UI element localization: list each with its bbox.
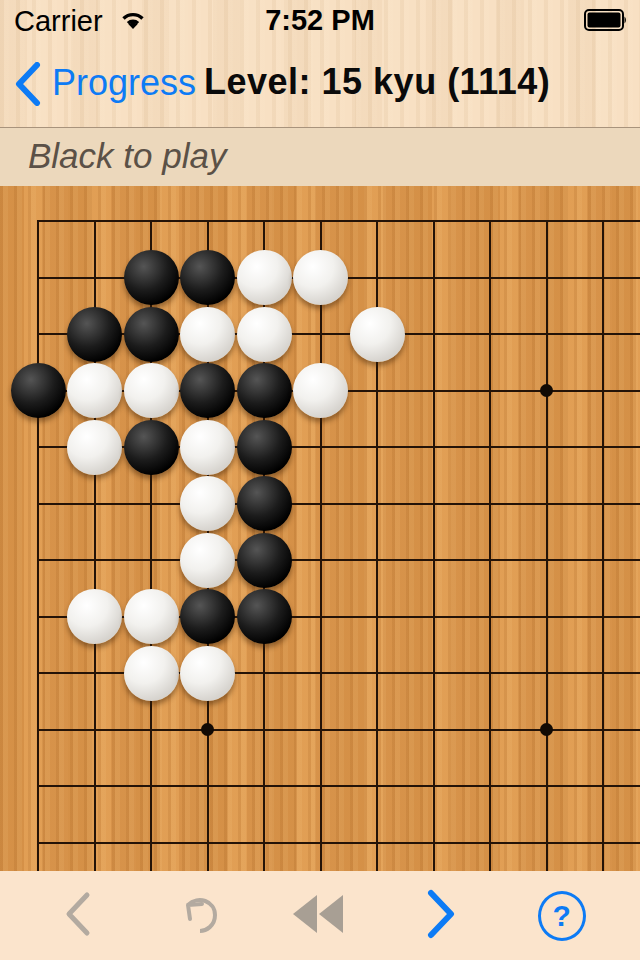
stone-white [124, 646, 179, 701]
stone-black [180, 363, 235, 418]
stone-black [237, 589, 292, 644]
go-board[interactable] [0, 186, 640, 871]
stone-black [124, 250, 179, 305]
stone-white [124, 363, 179, 418]
navigation-bar: Progress Level: 15 kyu (1114) [0, 40, 640, 128]
grid-vline [37, 221, 39, 871]
stone-black [237, 420, 292, 475]
back-button-progress[interactable]: Progress [52, 62, 196, 104]
stone-black [124, 420, 179, 475]
stone-black [180, 589, 235, 644]
battery-icon [584, 9, 628, 35]
stone-black [67, 307, 122, 362]
grid-vline [433, 221, 435, 871]
back-button[interactable] [43, 881, 113, 951]
undo-icon [175, 890, 223, 941]
grid-hline [37, 842, 640, 844]
bottom-toolbar: ? [0, 871, 640, 960]
stone-white [67, 420, 122, 475]
back-icon [63, 891, 93, 940]
stone-white [67, 589, 122, 644]
star-point [540, 384, 553, 397]
grid-hline [37, 785, 640, 787]
prompt-bar: Black to play [0, 128, 640, 186]
stone-white [180, 533, 235, 588]
stone-white [293, 363, 348, 418]
clock: 7:52 PM [0, 4, 640, 37]
grid-vline [320, 221, 322, 871]
help-icon: ? [538, 891, 586, 941]
grid-hline [37, 559, 640, 561]
stone-white [124, 589, 179, 644]
to-play-status: Black to play [28, 136, 226, 176]
help-button[interactable]: ? [527, 881, 597, 951]
grid-vline [546, 221, 548, 871]
star-point [201, 723, 214, 736]
status-bar: Carrier 7:52 PM [0, 0, 640, 40]
forward-icon [424, 889, 458, 942]
rewind-button[interactable] [285, 881, 355, 951]
stone-white [67, 363, 122, 418]
back-chevron-icon[interactable] [14, 62, 42, 110]
stone-white [180, 646, 235, 701]
stone-black [237, 363, 292, 418]
stone-black [237, 533, 292, 588]
stone-white [180, 476, 235, 531]
stone-white [350, 307, 405, 362]
rewind-icon [291, 895, 349, 936]
page-title: Level: 15 kyu (1114) [204, 61, 550, 103]
stone-white [237, 307, 292, 362]
stone-white [180, 307, 235, 362]
undo-button[interactable] [164, 881, 234, 951]
stone-black [124, 307, 179, 362]
grid-hline [37, 220, 640, 222]
grid-hline [37, 503, 640, 505]
grid-vline [602, 221, 604, 871]
stone-white [293, 250, 348, 305]
stone-black [180, 250, 235, 305]
stone-black [237, 476, 292, 531]
forward-button[interactable] [406, 881, 476, 951]
stone-white [180, 420, 235, 475]
stone-black [11, 363, 66, 418]
app-screen: Carrier 7:52 PM Progress Level: 15 kyu (… [0, 0, 640, 960]
stone-white [237, 250, 292, 305]
grid-vline [489, 221, 491, 871]
star-point [540, 723, 553, 736]
